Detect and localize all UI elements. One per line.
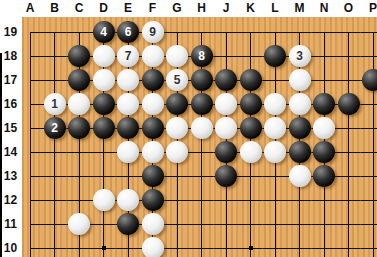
point-M11[interactable] xyxy=(287,212,312,236)
point-F14[interactable] xyxy=(140,140,165,164)
move-number-1: 1 xyxy=(51,98,58,110)
point-C11[interactable] xyxy=(67,212,92,236)
point-L11[interactable] xyxy=(263,212,288,236)
stone-black-F17 xyxy=(142,69,164,91)
point-F18[interactable] xyxy=(140,44,165,68)
point-P13[interactable] xyxy=(361,164,377,188)
point-G16[interactable] xyxy=(165,92,190,116)
point-D12[interactable] xyxy=(91,188,116,212)
point-P16[interactable] xyxy=(361,92,377,116)
point-L14[interactable] xyxy=(263,140,288,164)
stone-black-J13 xyxy=(215,165,237,187)
point-F17[interactable] xyxy=(140,68,165,92)
point-B16[interactable]: 1 xyxy=(42,92,67,116)
point-J10[interactable] xyxy=(214,236,239,257)
col-label-K: K xyxy=(246,1,255,15)
point-P14[interactable] xyxy=(361,140,377,164)
point-K15[interactable] xyxy=(238,116,263,140)
point-L12[interactable] xyxy=(263,188,288,212)
point-P18[interactable] xyxy=(361,44,377,68)
stone-white-M18: 3 xyxy=(289,45,311,67)
point-M15[interactable] xyxy=(287,116,312,140)
point-F13[interactable] xyxy=(140,164,165,188)
point-H16[interactable] xyxy=(189,92,214,116)
stone-white-M16 xyxy=(289,93,311,115)
point-H13[interactable] xyxy=(189,164,214,188)
point-A12[interactable] xyxy=(18,188,43,212)
point-P12[interactable] xyxy=(361,188,377,212)
row-label-10: 10 xyxy=(0,241,21,255)
point-E17[interactable] xyxy=(116,68,141,92)
stone-white-E12 xyxy=(117,189,139,211)
point-J11[interactable] xyxy=(214,212,239,236)
stone-black-J14 xyxy=(215,141,237,163)
move-number-2: 2 xyxy=(51,122,58,134)
stone-white-E14 xyxy=(117,141,139,163)
move-number-6: 6 xyxy=(125,26,132,38)
stone-black-M15 xyxy=(289,117,311,139)
stone-black-H17 xyxy=(191,69,213,91)
stone-white-J16 xyxy=(215,93,237,115)
point-N14[interactable] xyxy=(312,140,337,164)
point-M16[interactable] xyxy=(287,92,312,116)
point-K12[interactable] xyxy=(238,188,263,212)
point-O14[interactable] xyxy=(336,140,361,164)
stone-black-O16 xyxy=(338,93,360,115)
point-F12[interactable] xyxy=(140,188,165,212)
point-C14[interactable] xyxy=(67,140,92,164)
col-label-D: D xyxy=(99,1,108,15)
point-H12[interactable] xyxy=(189,188,214,212)
stone-black-K15 xyxy=(240,117,262,139)
stone-white-M17 xyxy=(289,69,311,91)
point-D17[interactable] xyxy=(91,68,116,92)
stone-black-L18 xyxy=(264,45,286,67)
col-label-O: O xyxy=(344,1,353,15)
stone-white-N15 xyxy=(313,117,335,139)
point-M19[interactable] xyxy=(287,20,312,44)
point-L10[interactable] xyxy=(263,236,288,257)
point-K19[interactable] xyxy=(238,20,263,44)
point-J16[interactable] xyxy=(214,92,239,116)
stone-black-K17 xyxy=(240,69,262,91)
stone-black-M14 xyxy=(289,141,311,163)
point-N13[interactable] xyxy=(312,164,337,188)
stone-black-K16 xyxy=(240,93,262,115)
stone-white-G15 xyxy=(166,117,188,139)
point-F16[interactable] xyxy=(140,92,165,116)
col-label-P: P xyxy=(369,1,377,15)
point-D11[interactable] xyxy=(91,212,116,236)
stone-black-F12 xyxy=(142,189,164,211)
point-F11[interactable] xyxy=(140,212,165,236)
point-L17[interactable] xyxy=(263,68,288,92)
point-N15[interactable] xyxy=(312,116,337,140)
point-C10[interactable] xyxy=(67,236,92,257)
point-N18[interactable] xyxy=(312,44,337,68)
point-N17[interactable] xyxy=(312,68,337,92)
stone-white-H15 xyxy=(191,117,213,139)
point-P10[interactable] xyxy=(361,236,377,257)
point-H11[interactable] xyxy=(189,212,214,236)
point-E14[interactable] xyxy=(116,140,141,164)
point-L19[interactable] xyxy=(263,20,288,44)
point-K18[interactable] xyxy=(238,44,263,68)
point-M10[interactable] xyxy=(287,236,312,257)
stone-white-F14 xyxy=(142,141,164,163)
stone-black-B15: 2 xyxy=(44,117,66,139)
stone-black-N14 xyxy=(313,141,335,163)
point-A14[interactable] xyxy=(18,140,43,164)
col-label-H: H xyxy=(197,1,206,15)
col-label-F: F xyxy=(149,1,156,15)
point-G13[interactable] xyxy=(165,164,190,188)
point-D16[interactable] xyxy=(91,92,116,116)
point-C19[interactable] xyxy=(67,20,92,44)
point-M18[interactable]: 3 xyxy=(287,44,312,68)
point-C12[interactable] xyxy=(67,188,92,212)
point-A13[interactable] xyxy=(18,164,43,188)
stone-black-P17 xyxy=(362,69,377,91)
point-C15[interactable] xyxy=(67,116,92,140)
move-number-9: 9 xyxy=(149,26,156,38)
stone-white-J15 xyxy=(215,117,237,139)
point-G19[interactable] xyxy=(165,20,190,44)
col-label-J: J xyxy=(223,1,230,15)
point-F10[interactable] xyxy=(140,236,165,257)
row-label-19: 19 xyxy=(0,25,21,39)
point-G15[interactable] xyxy=(165,116,190,140)
point-A10[interactable] xyxy=(18,236,43,257)
stone-white-D12 xyxy=(93,189,115,211)
point-G10[interactable] xyxy=(165,236,190,257)
point-B17[interactable] xyxy=(42,68,67,92)
point-E15[interactable] xyxy=(116,116,141,140)
point-N16[interactable] xyxy=(312,92,337,116)
point-G11[interactable] xyxy=(165,212,190,236)
stone-white-D17 xyxy=(93,69,115,91)
point-G17[interactable]: 5 xyxy=(165,68,190,92)
stone-white-L15 xyxy=(264,117,286,139)
point-B11[interactable] xyxy=(42,212,67,236)
point-L13[interactable] xyxy=(263,164,288,188)
stone-black-F13 xyxy=(142,165,164,187)
point-J14[interactable] xyxy=(214,140,239,164)
point-B19[interactable] xyxy=(42,20,67,44)
stone-white-E16 xyxy=(117,93,139,115)
point-P15[interactable] xyxy=(361,116,377,140)
point-B15[interactable]: 2 xyxy=(42,116,67,140)
go-board: 469783512 ABCDEFGHJKLMNOP191817161514131… xyxy=(0,0,377,257)
stone-white-F10 xyxy=(142,237,164,257)
point-G18[interactable] xyxy=(165,44,190,68)
point-P17[interactable] xyxy=(361,68,377,92)
point-J12[interactable] xyxy=(214,188,239,212)
col-label-G: G xyxy=(172,1,181,15)
stone-black-C17 xyxy=(68,69,90,91)
point-H15[interactable] xyxy=(189,116,214,140)
move-number-3: 3 xyxy=(296,50,303,62)
point-C16[interactable] xyxy=(67,92,92,116)
point-D18[interactable] xyxy=(91,44,116,68)
move-number-8: 8 xyxy=(198,50,205,62)
point-K13[interactable] xyxy=(238,164,263,188)
point-P19[interactable] xyxy=(361,20,377,44)
row-label-13: 13 xyxy=(0,169,21,183)
point-C17[interactable] xyxy=(67,68,92,92)
point-K11[interactable] xyxy=(238,212,263,236)
point-B14[interactable] xyxy=(42,140,67,164)
stone-black-E15 xyxy=(117,117,139,139)
col-label-B: B xyxy=(50,1,59,15)
stone-white-E17 xyxy=(117,69,139,91)
point-J17[interactable] xyxy=(214,68,239,92)
stone-white-M13 xyxy=(289,165,311,187)
point-M12[interactable] xyxy=(287,188,312,212)
point-L16[interactable] xyxy=(263,92,288,116)
point-B18[interactable] xyxy=(42,44,67,68)
stone-white-F19: 9 xyxy=(142,21,164,43)
hoshi-K10 xyxy=(249,246,253,250)
col-label-M: M xyxy=(295,1,305,15)
col-label-A: A xyxy=(26,1,35,15)
point-L15[interactable] xyxy=(263,116,288,140)
stone-black-N13 xyxy=(313,165,335,187)
point-D14[interactable] xyxy=(91,140,116,164)
point-N10[interactable] xyxy=(312,236,337,257)
row-label-12: 12 xyxy=(0,193,21,207)
point-O13[interactable] xyxy=(336,164,361,188)
board-grid: 469783512 xyxy=(18,20,377,257)
point-L18[interactable] xyxy=(263,44,288,68)
point-G12[interactable] xyxy=(165,188,190,212)
row-label-16: 16 xyxy=(0,97,21,111)
point-B10[interactable] xyxy=(42,236,67,257)
stone-black-F15 xyxy=(142,117,164,139)
point-D15[interactable] xyxy=(91,116,116,140)
point-E12[interactable] xyxy=(116,188,141,212)
move-number-4: 4 xyxy=(100,26,107,38)
stone-white-F11 xyxy=(142,213,164,235)
point-M13[interactable] xyxy=(287,164,312,188)
move-number-5: 5 xyxy=(174,74,181,86)
point-K10[interactable] xyxy=(238,236,263,257)
point-A19[interactable] xyxy=(18,20,43,44)
point-O18[interactable] xyxy=(336,44,361,68)
point-H19[interactable] xyxy=(189,20,214,44)
stone-black-C18 xyxy=(68,45,90,67)
stone-black-H18: 8 xyxy=(191,45,213,67)
col-label-C: C xyxy=(75,1,84,15)
point-P11[interactable] xyxy=(361,212,377,236)
point-C13[interactable] xyxy=(67,164,92,188)
stone-white-C16 xyxy=(68,93,90,115)
point-O16[interactable] xyxy=(336,92,361,116)
point-E10[interactable] xyxy=(116,236,141,257)
row-label-17: 17 xyxy=(0,73,21,87)
point-O10[interactable] xyxy=(336,236,361,257)
stone-white-F16 xyxy=(142,93,164,115)
point-E11[interactable] xyxy=(116,212,141,236)
point-K17[interactable] xyxy=(238,68,263,92)
stone-white-G17: 5 xyxy=(166,69,188,91)
stone-white-G18 xyxy=(166,45,188,67)
row-label-15: 15 xyxy=(0,121,21,135)
point-G14[interactable] xyxy=(165,140,190,164)
stone-black-J17 xyxy=(215,69,237,91)
point-B13[interactable] xyxy=(42,164,67,188)
col-label-E: E xyxy=(124,1,132,15)
point-K16[interactable] xyxy=(238,92,263,116)
point-M14[interactable] xyxy=(287,140,312,164)
point-N19[interactable] xyxy=(312,20,337,44)
point-E13[interactable] xyxy=(116,164,141,188)
point-M17[interactable] xyxy=(287,68,312,92)
stone-black-E11 xyxy=(117,213,139,235)
point-A16[interactable] xyxy=(18,92,43,116)
row-label-14: 14 xyxy=(0,145,21,159)
point-J15[interactable] xyxy=(214,116,239,140)
stone-white-L16 xyxy=(264,93,286,115)
point-F15[interactable] xyxy=(140,116,165,140)
point-N11[interactable] xyxy=(312,212,337,236)
stone-white-E18: 7 xyxy=(117,45,139,67)
col-label-N: N xyxy=(320,1,329,15)
point-D13[interactable] xyxy=(91,164,116,188)
row-label-18: 18 xyxy=(0,49,21,63)
point-H10[interactable] xyxy=(189,236,214,257)
stone-black-H16 xyxy=(191,93,213,115)
point-O19[interactable] xyxy=(336,20,361,44)
point-H18[interactable]: 8 xyxy=(189,44,214,68)
row-label-11: 11 xyxy=(0,217,21,231)
stone-black-D19: 4 xyxy=(93,21,115,43)
stone-black-E19: 6 xyxy=(117,21,139,43)
point-A15[interactable] xyxy=(18,116,43,140)
point-O12[interactable] xyxy=(336,188,361,212)
stone-white-B16: 1 xyxy=(44,93,66,115)
stone-white-L14 xyxy=(264,141,286,163)
point-J19[interactable] xyxy=(214,20,239,44)
point-E16[interactable] xyxy=(116,92,141,116)
col-label-L: L xyxy=(271,1,278,15)
point-D10[interactable] xyxy=(91,236,116,257)
point-J13[interactable] xyxy=(214,164,239,188)
stone-white-F18 xyxy=(142,45,164,67)
point-O17[interactable] xyxy=(336,68,361,92)
stone-black-D16 xyxy=(93,93,115,115)
stone-white-G14 xyxy=(166,141,188,163)
point-K14[interactable] xyxy=(238,140,263,164)
point-A11[interactable] xyxy=(18,212,43,236)
point-J18[interactable] xyxy=(214,44,239,68)
stone-black-N16 xyxy=(313,93,335,115)
point-A17[interactable] xyxy=(18,68,43,92)
hoshi-D10 xyxy=(102,246,106,250)
point-H14[interactable] xyxy=(189,140,214,164)
stone-white-D18 xyxy=(93,45,115,67)
stone-black-C15 xyxy=(68,117,90,139)
point-H17[interactable] xyxy=(189,68,214,92)
stone-black-D15 xyxy=(93,117,115,139)
point-A18[interactable] xyxy=(18,44,43,68)
point-D19[interactable]: 4 xyxy=(91,20,116,44)
point-C18[interactable] xyxy=(67,44,92,68)
point-B12[interactable] xyxy=(42,188,67,212)
point-O11[interactable] xyxy=(336,212,361,236)
move-number-7: 7 xyxy=(125,50,132,62)
stone-white-K14 xyxy=(240,141,262,163)
point-E18[interactable]: 7 xyxy=(116,44,141,68)
point-O15[interactable] xyxy=(336,116,361,140)
point-N12[interactable] xyxy=(312,188,337,212)
stone-black-G16 xyxy=(166,93,188,115)
point-E19[interactable]: 6 xyxy=(116,20,141,44)
point-F19[interactable]: 9 xyxy=(140,20,165,44)
stone-white-C11 xyxy=(68,213,90,235)
